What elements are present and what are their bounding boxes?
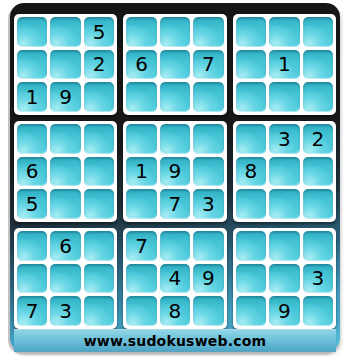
cell-r4c8[interactable]: 3	[269, 124, 299, 154]
cell-r3c2[interactable]: 9	[50, 82, 80, 112]
cell-r1c7[interactable]	[236, 17, 266, 47]
cell-r8c6[interactable]: 9	[193, 264, 223, 294]
cell-r3c9[interactable]	[303, 82, 333, 112]
block-r2c3: 328	[233, 121, 336, 222]
cell-r8c9[interactable]: 3	[303, 264, 333, 294]
cell-r1c1[interactable]	[17, 17, 47, 47]
cell-r9c9[interactable]	[303, 296, 333, 326]
cell-r2c6[interactable]: 7	[193, 50, 223, 80]
cell-r8c8[interactable]	[269, 264, 299, 294]
cell-r7c4[interactable]: 7	[126, 231, 156, 261]
cell-r1c2[interactable]	[50, 17, 80, 47]
cell-r7c5[interactable]	[160, 231, 190, 261]
cell-r6c3[interactable]	[84, 189, 114, 219]
cell-r2c3[interactable]: 2	[84, 50, 114, 80]
cell-r5c9[interactable]	[303, 157, 333, 187]
cell-r8c4[interactable]	[126, 264, 156, 294]
cell-r1c8[interactable]	[269, 17, 299, 47]
cell-r3c7[interactable]	[236, 82, 266, 112]
cell-r4c9[interactable]: 2	[303, 124, 333, 154]
cell-r8c5[interactable]: 4	[160, 264, 190, 294]
cell-r7c7[interactable]	[236, 231, 266, 261]
cell-r2c8[interactable]: 1	[269, 50, 299, 80]
cell-r3c8[interactable]	[269, 82, 299, 112]
cell-r4c1[interactable]	[17, 124, 47, 154]
block-r2c2: 1973	[123, 121, 226, 222]
cell-r8c1[interactable]	[17, 264, 47, 294]
cell-r9c8[interactable]: 9	[269, 296, 299, 326]
cell-r9c5[interactable]: 8	[160, 296, 190, 326]
cell-r9c6[interactable]	[193, 296, 223, 326]
block-r2c1: 65	[14, 121, 117, 222]
cell-r5c6[interactable]	[193, 157, 223, 187]
cell-r7c6[interactable]	[193, 231, 223, 261]
cell-r5c7[interactable]: 8	[236, 157, 266, 187]
cell-r5c3[interactable]	[84, 157, 114, 187]
cell-r2c7[interactable]	[236, 50, 266, 80]
cell-r6c4[interactable]	[126, 189, 156, 219]
site-link[interactable]: www.sudokusweb.com	[84, 333, 267, 349]
cell-r4c4[interactable]	[126, 124, 156, 154]
cell-r9c2[interactable]: 3	[50, 296, 80, 326]
cell-r2c2[interactable]	[50, 50, 80, 80]
cell-r9c3[interactable]	[84, 296, 114, 326]
sudoku-board: 5219671651973328673749839	[14, 14, 336, 329]
cell-r1c6[interactable]	[193, 17, 223, 47]
cell-r3c3[interactable]	[84, 82, 114, 112]
cell-r2c5[interactable]	[160, 50, 190, 80]
cell-r1c5[interactable]	[160, 17, 190, 47]
cell-r4c6[interactable]	[193, 124, 223, 154]
cell-r5c5[interactable]: 9	[160, 157, 190, 187]
footer-bar: www.sudokusweb.com	[14, 329, 336, 352]
block-r1c3: 1	[233, 14, 336, 115]
cell-r8c3[interactable]	[84, 264, 114, 294]
block-r3c3: 39	[233, 228, 336, 329]
cell-r2c1[interactable]	[17, 50, 47, 80]
cell-r1c3[interactable]: 5	[84, 17, 114, 47]
cell-r9c4[interactable]	[126, 296, 156, 326]
cell-r3c5[interactable]	[160, 82, 190, 112]
cell-r6c1[interactable]: 5	[17, 189, 47, 219]
cell-r3c6[interactable]	[193, 82, 223, 112]
board-frame: 5219671651973328673749839 www.sudokusweb…	[10, 3, 340, 352]
cell-r7c3[interactable]	[84, 231, 114, 261]
cell-r6c5[interactable]: 7	[160, 189, 190, 219]
cell-r6c6[interactable]: 3	[193, 189, 223, 219]
cell-r9c1[interactable]: 7	[17, 296, 47, 326]
block-r3c1: 673	[14, 228, 117, 329]
cell-r7c1[interactable]	[17, 231, 47, 261]
cell-r5c8[interactable]	[269, 157, 299, 187]
cell-r6c2[interactable]	[50, 189, 80, 219]
cell-r5c1[interactable]: 6	[17, 157, 47, 187]
cell-r2c9[interactable]	[303, 50, 333, 80]
cell-r5c4[interactable]: 1	[126, 157, 156, 187]
block-r1c1: 5219	[14, 14, 117, 115]
cell-r7c8[interactable]	[269, 231, 299, 261]
cell-r8c7[interactable]	[236, 264, 266, 294]
cell-r3c4[interactable]	[126, 82, 156, 112]
cell-r7c2[interactable]: 6	[50, 231, 80, 261]
cell-r3c1[interactable]: 1	[17, 82, 47, 112]
cell-r4c5[interactable]	[160, 124, 190, 154]
block-r1c2: 67	[123, 14, 226, 115]
cell-r6c7[interactable]	[236, 189, 266, 219]
cell-r6c9[interactable]	[303, 189, 333, 219]
cell-r8c2[interactable]	[50, 264, 80, 294]
cell-r9c7[interactable]	[236, 296, 266, 326]
cell-r1c9[interactable]	[303, 17, 333, 47]
cell-r4c3[interactable]	[84, 124, 114, 154]
cell-r7c9[interactable]	[303, 231, 333, 261]
cell-r5c2[interactable]	[50, 157, 80, 187]
cell-r2c4[interactable]: 6	[126, 50, 156, 80]
cell-r4c7[interactable]	[236, 124, 266, 154]
cell-r4c2[interactable]	[50, 124, 80, 154]
cell-r6c8[interactable]	[269, 189, 299, 219]
block-r3c2: 7498	[123, 228, 226, 329]
cell-r1c4[interactable]	[126, 17, 156, 47]
